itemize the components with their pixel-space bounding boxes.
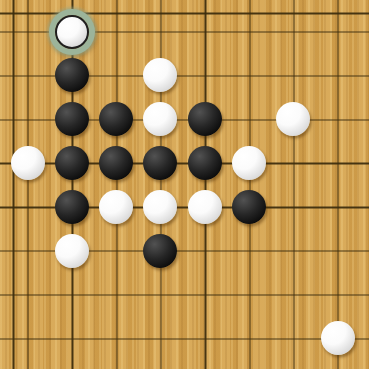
white-stone bbox=[188, 190, 222, 224]
black-stone bbox=[188, 102, 222, 136]
white-stone bbox=[143, 190, 177, 224]
white-stone bbox=[99, 190, 133, 224]
white-stone bbox=[232, 146, 266, 180]
white-stone-last-move bbox=[55, 15, 89, 49]
black-stone bbox=[55, 146, 89, 180]
black-stone bbox=[232, 190, 266, 224]
black-stone bbox=[99, 146, 133, 180]
screenshot-stage bbox=[0, 0, 369, 369]
black-stone bbox=[99, 102, 133, 136]
white-stone bbox=[321, 321, 355, 355]
black-stone bbox=[55, 190, 89, 224]
black-stone bbox=[55, 58, 89, 92]
grid-lines bbox=[0, 0, 369, 369]
goban-board[interactable] bbox=[0, 0, 369, 369]
black-stone bbox=[188, 146, 222, 180]
black-stone bbox=[143, 234, 177, 268]
white-stone bbox=[55, 234, 89, 268]
white-stone bbox=[11, 146, 45, 180]
black-stone bbox=[55, 102, 89, 136]
